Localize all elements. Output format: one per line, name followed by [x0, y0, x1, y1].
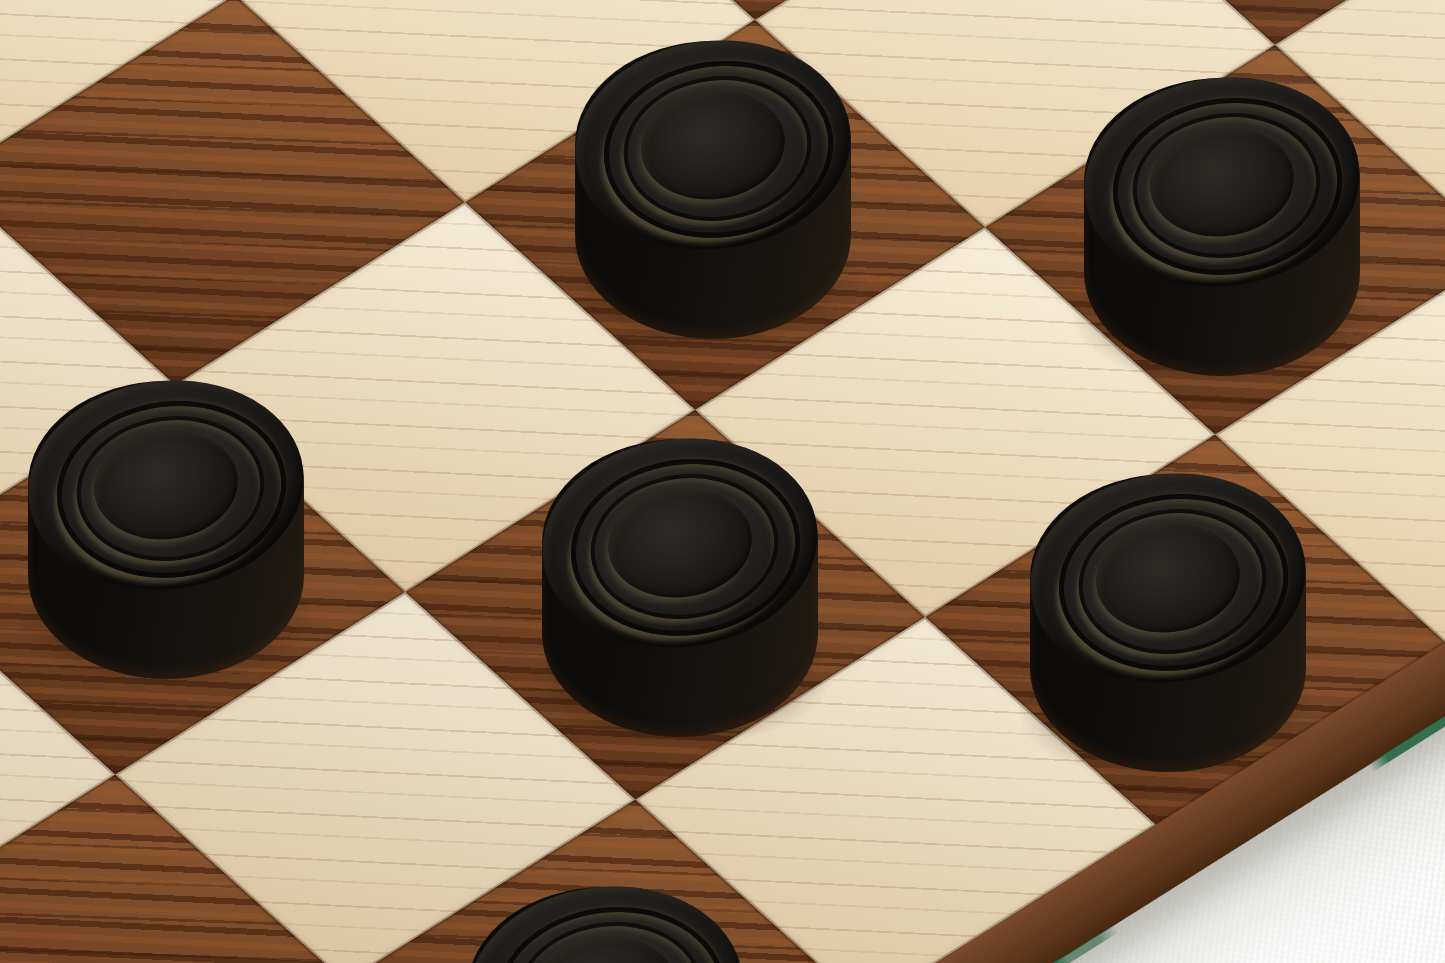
black-checker-piece-p1[interactable]: ⛂ [575, 41, 851, 339]
black-checker-piece-p5[interactable]: ⛂ [1030, 474, 1306, 772]
checkers-board-photo-scene: ⛂⛂⛂⛂⛂⛂ [0, 0, 1445, 963]
black-checker-piece-p3[interactable]: ⛂ [28, 381, 304, 679]
black-checker-piece-p4[interactable]: ⛂ [542, 439, 818, 737]
black-checker-piece-p6[interactable]: ⛂ [467, 887, 743, 963]
black-checker-piece-p2[interactable]: ⛂ [1084, 78, 1360, 376]
